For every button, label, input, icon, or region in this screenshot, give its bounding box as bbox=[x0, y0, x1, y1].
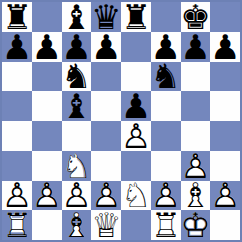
square-d8[interactable]: ♛ bbox=[91, 2, 121, 32]
white-knight-outline: ♘ bbox=[62, 151, 92, 181]
white-pawn-icon[interactable]: ♟♙ bbox=[181, 151, 211, 181]
black-king-fill: ♚ bbox=[181, 2, 211, 32]
white-pawn-icon[interactable]: ♟♙ bbox=[62, 181, 92, 211]
white-pawn-icon[interactable]: ♟♙ bbox=[151, 181, 181, 211]
white-pawn-outline: ♙ bbox=[181, 151, 211, 181]
square-d3[interactable] bbox=[91, 151, 121, 181]
white-pawn-outline: ♙ bbox=[32, 181, 62, 211]
black-bishop-fill: ♝ bbox=[62, 91, 92, 121]
white-queen-fill: ♛ bbox=[91, 210, 121, 240]
square-a8[interactable]: ♜ bbox=[2, 2, 32, 32]
black-pawn-icon[interactable]: ♟ bbox=[32, 32, 62, 62]
square-d6[interactable] bbox=[91, 62, 121, 92]
white-knight-icon[interactable]: ♞♘ bbox=[62, 151, 92, 181]
black-rook-icon[interactable]: ♜ bbox=[2, 2, 32, 32]
square-h8[interactable] bbox=[210, 2, 240, 32]
white-pawn-fill: ♟ bbox=[32, 181, 62, 211]
black-pawn-fill: ♟ bbox=[91, 32, 121, 62]
black-pawn-icon[interactable]: ♟ bbox=[181, 32, 211, 62]
square-d5[interactable] bbox=[91, 91, 121, 121]
white-knight-fill: ♞ bbox=[62, 151, 92, 181]
square-f8[interactable] bbox=[151, 2, 181, 32]
black-pawn-fill: ♟ bbox=[151, 32, 181, 62]
square-d7[interactable]: ♟ bbox=[91, 32, 121, 62]
white-pawn-fill: ♟ bbox=[210, 181, 240, 211]
square-a5[interactable] bbox=[2, 91, 32, 121]
square-c7[interactable]: ♟ bbox=[62, 32, 92, 62]
square-h1[interactable] bbox=[210, 210, 240, 240]
white-pawn-outline: ♙ bbox=[91, 181, 121, 211]
square-g5[interactable] bbox=[181, 91, 211, 121]
square-h2[interactable]: ♟♙ bbox=[210, 181, 240, 211]
black-rook-fill: ♜ bbox=[121, 2, 151, 32]
white-rook-fill: ♜ bbox=[151, 210, 181, 240]
square-a4[interactable] bbox=[2, 121, 32, 151]
black-knight-fill: ♞ bbox=[62, 62, 92, 92]
white-pawn-icon[interactable]: ♟♙ bbox=[210, 181, 240, 211]
square-c6[interactable]: ♞ bbox=[62, 62, 92, 92]
square-d4[interactable] bbox=[91, 121, 121, 151]
square-d1[interactable]: ♛♕ bbox=[91, 210, 121, 240]
white-bishop-fill: ♝ bbox=[181, 181, 211, 211]
black-knight-icon[interactable]: ♞ bbox=[151, 62, 181, 92]
square-g1[interactable]: ♚♔ bbox=[181, 210, 211, 240]
black-pawn-icon[interactable]: ♟ bbox=[62, 32, 92, 62]
square-a7[interactable]: ♟ bbox=[2, 32, 32, 62]
square-f5[interactable] bbox=[151, 91, 181, 121]
square-e1[interactable] bbox=[121, 210, 151, 240]
square-g4[interactable] bbox=[181, 121, 211, 151]
square-b3[interactable] bbox=[32, 151, 62, 181]
black-bishop-fill: ♝ bbox=[62, 2, 92, 32]
square-a3[interactable] bbox=[2, 151, 32, 181]
black-queen-icon[interactable]: ♛ bbox=[91, 2, 121, 32]
square-b7[interactable]: ♟ bbox=[32, 32, 62, 62]
square-c1[interactable]: ♝♗ bbox=[62, 210, 92, 240]
white-bishop-outline: ♗ bbox=[181, 181, 211, 211]
square-b6[interactable] bbox=[32, 62, 62, 92]
white-queen-outline: ♕ bbox=[91, 210, 121, 240]
black-knight-fill: ♞ bbox=[151, 62, 181, 92]
square-g7[interactable]: ♟ bbox=[181, 32, 211, 62]
white-king-fill: ♚ bbox=[181, 210, 211, 240]
white-knight-outline: ♘ bbox=[121, 181, 151, 211]
black-pawn-fill: ♟ bbox=[32, 32, 62, 62]
square-c3[interactable]: ♞♘ bbox=[62, 151, 92, 181]
black-pawn-icon[interactable]: ♟ bbox=[121, 91, 151, 121]
white-knight-icon[interactable]: ♞♘ bbox=[121, 181, 151, 211]
white-king-outline: ♔ bbox=[181, 210, 211, 240]
square-f4[interactable] bbox=[151, 121, 181, 151]
square-d2[interactable]: ♟♙ bbox=[91, 181, 121, 211]
white-rook-icon[interactable]: ♜♖ bbox=[151, 210, 181, 240]
square-h7[interactable]: ♟ bbox=[210, 32, 240, 62]
square-e5[interactable]: ♟ bbox=[121, 91, 151, 121]
white-queen-icon[interactable]: ♛♕ bbox=[91, 210, 121, 240]
white-pawn-fill: ♟ bbox=[62, 181, 92, 211]
white-bishop-fill: ♝ bbox=[62, 210, 92, 240]
square-e7[interactable] bbox=[121, 32, 151, 62]
square-c4[interactable] bbox=[62, 121, 92, 151]
square-f2[interactable]: ♟♙ bbox=[151, 181, 181, 211]
black-rook-icon[interactable]: ♜ bbox=[121, 2, 151, 32]
white-pawn-icon[interactable]: ♟♙ bbox=[2, 181, 32, 211]
black-bishop-icon[interactable]: ♝ bbox=[62, 91, 92, 121]
square-g8[interactable]: ♚ bbox=[181, 2, 211, 32]
white-bishop-icon[interactable]: ♝♗ bbox=[181, 181, 211, 211]
white-king-icon[interactable]: ♚♔ bbox=[181, 210, 211, 240]
black-pawn-fill: ♟ bbox=[121, 91, 151, 121]
square-b4[interactable] bbox=[32, 121, 62, 151]
white-pawn-icon[interactable]: ♟♙ bbox=[121, 121, 151, 151]
black-pawn-icon[interactable]: ♟ bbox=[2, 32, 32, 62]
square-a1[interactable]: ♜♖ bbox=[2, 210, 32, 240]
white-bishop-icon[interactable]: ♝♗ bbox=[62, 210, 92, 240]
black-bishop-icon[interactable]: ♝ bbox=[62, 2, 92, 32]
square-f7[interactable]: ♟ bbox=[151, 32, 181, 62]
square-b5[interactable] bbox=[32, 91, 62, 121]
black-pawn-icon[interactable]: ♟ bbox=[210, 32, 240, 62]
white-pawn-outline: ♙ bbox=[62, 181, 92, 211]
black-pawn-fill: ♟ bbox=[62, 32, 92, 62]
square-b2[interactable]: ♟♙ bbox=[32, 181, 62, 211]
white-pawn-outline: ♙ bbox=[2, 181, 32, 211]
square-c8[interactable]: ♝ bbox=[62, 2, 92, 32]
black-pawn-fill: ♟ bbox=[210, 32, 240, 62]
square-h3[interactable] bbox=[210, 151, 240, 181]
white-pawn-fill: ♟ bbox=[121, 121, 151, 151]
square-a2[interactable]: ♟♙ bbox=[2, 181, 32, 211]
square-g6[interactable] bbox=[181, 62, 211, 92]
white-pawn-fill: ♟ bbox=[2, 181, 32, 211]
white-bishop-outline: ♗ bbox=[62, 210, 92, 240]
black-pawn-icon[interactable]: ♟ bbox=[151, 32, 181, 62]
white-pawn-icon[interactable]: ♟♙ bbox=[32, 181, 62, 211]
square-e2[interactable]: ♞♘ bbox=[121, 181, 151, 211]
square-h4[interactable] bbox=[210, 121, 240, 151]
black-knight-icon[interactable]: ♞ bbox=[62, 62, 92, 92]
white-pawn-outline: ♙ bbox=[121, 121, 151, 151]
black-queen-fill: ♛ bbox=[91, 2, 121, 32]
square-b1[interactable] bbox=[32, 210, 62, 240]
black-king-icon[interactable]: ♚ bbox=[181, 2, 211, 32]
square-c5[interactable]: ♝ bbox=[62, 91, 92, 121]
white-pawn-outline: ♙ bbox=[210, 181, 240, 211]
white-knight-fill: ♞ bbox=[121, 181, 151, 211]
white-pawn-fill: ♟ bbox=[91, 181, 121, 211]
square-h6[interactable] bbox=[210, 62, 240, 92]
white-rook-fill: ♜ bbox=[2, 210, 32, 240]
white-pawn-fill: ♟ bbox=[151, 181, 181, 211]
square-e4[interactable]: ♟♙ bbox=[121, 121, 151, 151]
black-pawn-fill: ♟ bbox=[181, 32, 211, 62]
black-rook-fill: ♜ bbox=[2, 2, 32, 32]
square-b8[interactable] bbox=[32, 2, 62, 32]
square-e6[interactable] bbox=[121, 62, 151, 92]
white-pawn-icon[interactable]: ♟♙ bbox=[91, 181, 121, 211]
white-pawn-fill: ♟ bbox=[181, 151, 211, 181]
white-rook-outline: ♖ bbox=[2, 210, 32, 240]
square-a6[interactable] bbox=[2, 62, 32, 92]
square-f6[interactable]: ♞ bbox=[151, 62, 181, 92]
square-h5[interactable] bbox=[210, 91, 240, 121]
white-rook-outline: ♖ bbox=[151, 210, 181, 240]
white-pawn-outline: ♙ bbox=[151, 181, 181, 211]
white-rook-icon[interactable]: ♜♖ bbox=[2, 210, 32, 240]
black-pawn-fill: ♟ bbox=[2, 32, 32, 62]
square-g2[interactable]: ♝♗ bbox=[181, 181, 211, 211]
square-g3[interactable]: ♟♙ bbox=[181, 151, 211, 181]
black-pawn-icon[interactable]: ♟ bbox=[91, 32, 121, 62]
chess-board: ♜♝♛♜♚♟♟♟♟♟♟♟♞♞♝♟♟♙♞♘♟♙♟♙♟♙♟♙♟♙♞♘♟♙♝♗♟♙♜♖… bbox=[0, 0, 242, 242]
square-e3[interactable] bbox=[121, 151, 151, 181]
square-f3[interactable] bbox=[151, 151, 181, 181]
square-e8[interactable]: ♜ bbox=[121, 2, 151, 32]
square-c2[interactable]: ♟♙ bbox=[62, 181, 92, 211]
square-f1[interactable]: ♜♖ bbox=[151, 210, 181, 240]
